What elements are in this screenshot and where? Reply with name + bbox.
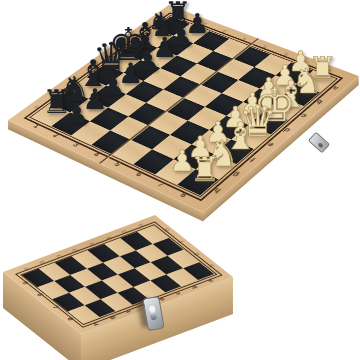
rank-label: 4 [87, 149, 105, 160]
product-photo: 1hh12gg23ff34ee45dd56cc67bb78aa8 hagbfce… [0, 0, 360, 360]
file-label: d [278, 125, 295, 136]
file-label: a [326, 83, 343, 93]
rank-label: 8 [174, 189, 192, 201]
rank-label: 7 [151, 179, 169, 191]
board-side-clasp-icon [308, 132, 330, 154]
file-label: f [243, 154, 261, 165]
rank-label: 5 [108, 159, 126, 170]
file-label: e [261, 139, 279, 150]
rank-label: 3 [67, 139, 84, 150]
rank-label: 6 [129, 168, 147, 179]
rank-label: 2 [47, 130, 64, 140]
rank-label: 1 [27, 121, 44, 131]
file-label: b [310, 97, 327, 107]
file-label: c [294, 111, 311, 121]
open-chess-board: 1hh12gg23ff34ee45dd56cc67bb78aa8 [8, 5, 359, 212]
